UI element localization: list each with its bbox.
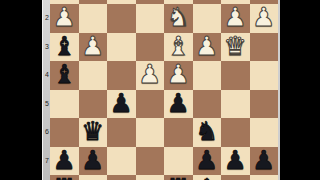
square-b3: ♛ xyxy=(221,33,250,62)
piece-wN-d2: ♞ xyxy=(167,3,190,32)
rank-label: 4 xyxy=(43,71,51,79)
square-f6 xyxy=(107,118,136,147)
square-b4 xyxy=(221,61,250,90)
video-frame: ♚♜♝♞♜♟♞♟♟♝♟♝♟♛♝♟♟♟♟♛♞♟♟♟♟♟♜♜♚ 12345678 xyxy=(0,0,320,180)
piece-wR-f1: ♜ xyxy=(110,0,133,3)
square-e3 xyxy=(136,33,165,62)
chess-board: ♚♜♝♞♜♟♞♟♟♝♟♝♟♛♝♟♟♟♟♛♞♟♟♟♟♟♜♜♚ xyxy=(50,0,280,180)
square-b8 xyxy=(221,175,250,180)
square-f2 xyxy=(107,4,136,33)
square-f1: ♜ xyxy=(107,0,136,4)
square-h7: ♟ xyxy=(50,147,79,176)
square-h8: ♜ xyxy=(50,175,79,180)
piece-wP-g3: ♟ xyxy=(81,32,104,61)
piece-bP-c7: ♟ xyxy=(195,146,218,175)
square-d7 xyxy=(164,147,193,176)
piece-wP-d4: ♟ xyxy=(167,60,190,89)
piece-bR-h8: ♜ xyxy=(53,174,76,180)
rank-label: 5 xyxy=(43,100,51,108)
square-c2 xyxy=(193,4,222,33)
square-e5 xyxy=(136,90,165,119)
square-h4: ♝ xyxy=(50,61,79,90)
piece-wB-c1: ♝ xyxy=(195,0,218,3)
square-h5 xyxy=(50,90,79,119)
square-f8 xyxy=(107,175,136,180)
square-h2: ♟ xyxy=(50,4,79,33)
piece-wP-b2: ♟ xyxy=(224,3,247,32)
square-c1: ♝ xyxy=(193,0,222,4)
square-b5 xyxy=(221,90,250,119)
square-e8 xyxy=(136,175,165,180)
square-g4 xyxy=(79,61,108,90)
piece-bP-b7: ♟ xyxy=(224,146,247,175)
square-e2 xyxy=(136,4,165,33)
rank-label: 3 xyxy=(43,43,51,51)
square-e6 xyxy=(136,118,165,147)
square-g5 xyxy=(79,90,108,119)
piece-wK-g1: ♚ xyxy=(81,0,104,3)
square-f5: ♟ xyxy=(107,90,136,119)
square-d8: ♜ xyxy=(164,175,193,180)
square-d2: ♞ xyxy=(164,4,193,33)
piece-wP-a2: ♟ xyxy=(252,3,275,32)
square-d5: ♟ xyxy=(164,90,193,119)
piece-bP-h7: ♟ xyxy=(53,146,76,175)
square-c3: ♟ xyxy=(193,33,222,62)
square-g8 xyxy=(79,175,108,180)
square-c6: ♞ xyxy=(193,118,222,147)
piece-wP-h2: ♟ xyxy=(53,3,76,32)
square-f7 xyxy=(107,147,136,176)
square-d6 xyxy=(164,118,193,147)
piece-wP-c3: ♟ xyxy=(195,32,218,61)
square-h6 xyxy=(50,118,79,147)
piece-wQ-b3: ♛ xyxy=(224,32,247,61)
piece-bK-c8: ♚ xyxy=(195,174,218,180)
piece-bP-d5: ♟ xyxy=(167,89,190,118)
square-a8 xyxy=(250,175,279,180)
square-e7 xyxy=(136,147,165,176)
square-f4 xyxy=(107,61,136,90)
square-a2: ♟ xyxy=(250,4,279,33)
piece-wB-d3: ♝ xyxy=(167,32,190,61)
rank-label: 2 xyxy=(43,14,51,22)
square-a3 xyxy=(250,33,279,62)
piece-bR-d8: ♜ xyxy=(167,174,190,180)
square-c5 xyxy=(193,90,222,119)
rank-label-strip: 12345678 xyxy=(42,0,50,180)
square-g7: ♟ xyxy=(79,147,108,176)
piece-bP-f5: ♟ xyxy=(110,89,133,118)
square-c7: ♟ xyxy=(193,147,222,176)
square-h3: ♝ xyxy=(50,33,79,62)
square-d3: ♝ xyxy=(164,33,193,62)
square-g1: ♚ xyxy=(79,0,108,4)
piece-bB-h4: ♝ xyxy=(53,60,76,89)
square-b7: ♟ xyxy=(221,147,250,176)
square-g3: ♟ xyxy=(79,33,108,62)
piece-bN-c6: ♞ xyxy=(195,117,218,146)
square-g2 xyxy=(79,4,108,33)
square-a5 xyxy=(250,90,279,119)
square-c4 xyxy=(193,61,222,90)
square-e4: ♟ xyxy=(136,61,165,90)
square-a4 xyxy=(250,61,279,90)
square-g6: ♛ xyxy=(79,118,108,147)
square-b6 xyxy=(221,118,250,147)
square-d4: ♟ xyxy=(164,61,193,90)
piece-bQ-g6: ♛ xyxy=(81,117,104,146)
square-c8: ♚ xyxy=(193,175,222,180)
rank-label: 6 xyxy=(43,128,51,136)
square-f3 xyxy=(107,33,136,62)
piece-wP-e4: ♟ xyxy=(138,60,161,89)
piece-bP-a7: ♟ xyxy=(252,146,275,175)
piece-bP-g7: ♟ xyxy=(81,146,104,175)
square-a7: ♟ xyxy=(250,147,279,176)
rank-label: 7 xyxy=(43,157,51,165)
square-a6 xyxy=(250,118,279,147)
square-b2: ♟ xyxy=(221,4,250,33)
piece-bB-h3: ♝ xyxy=(53,32,76,61)
